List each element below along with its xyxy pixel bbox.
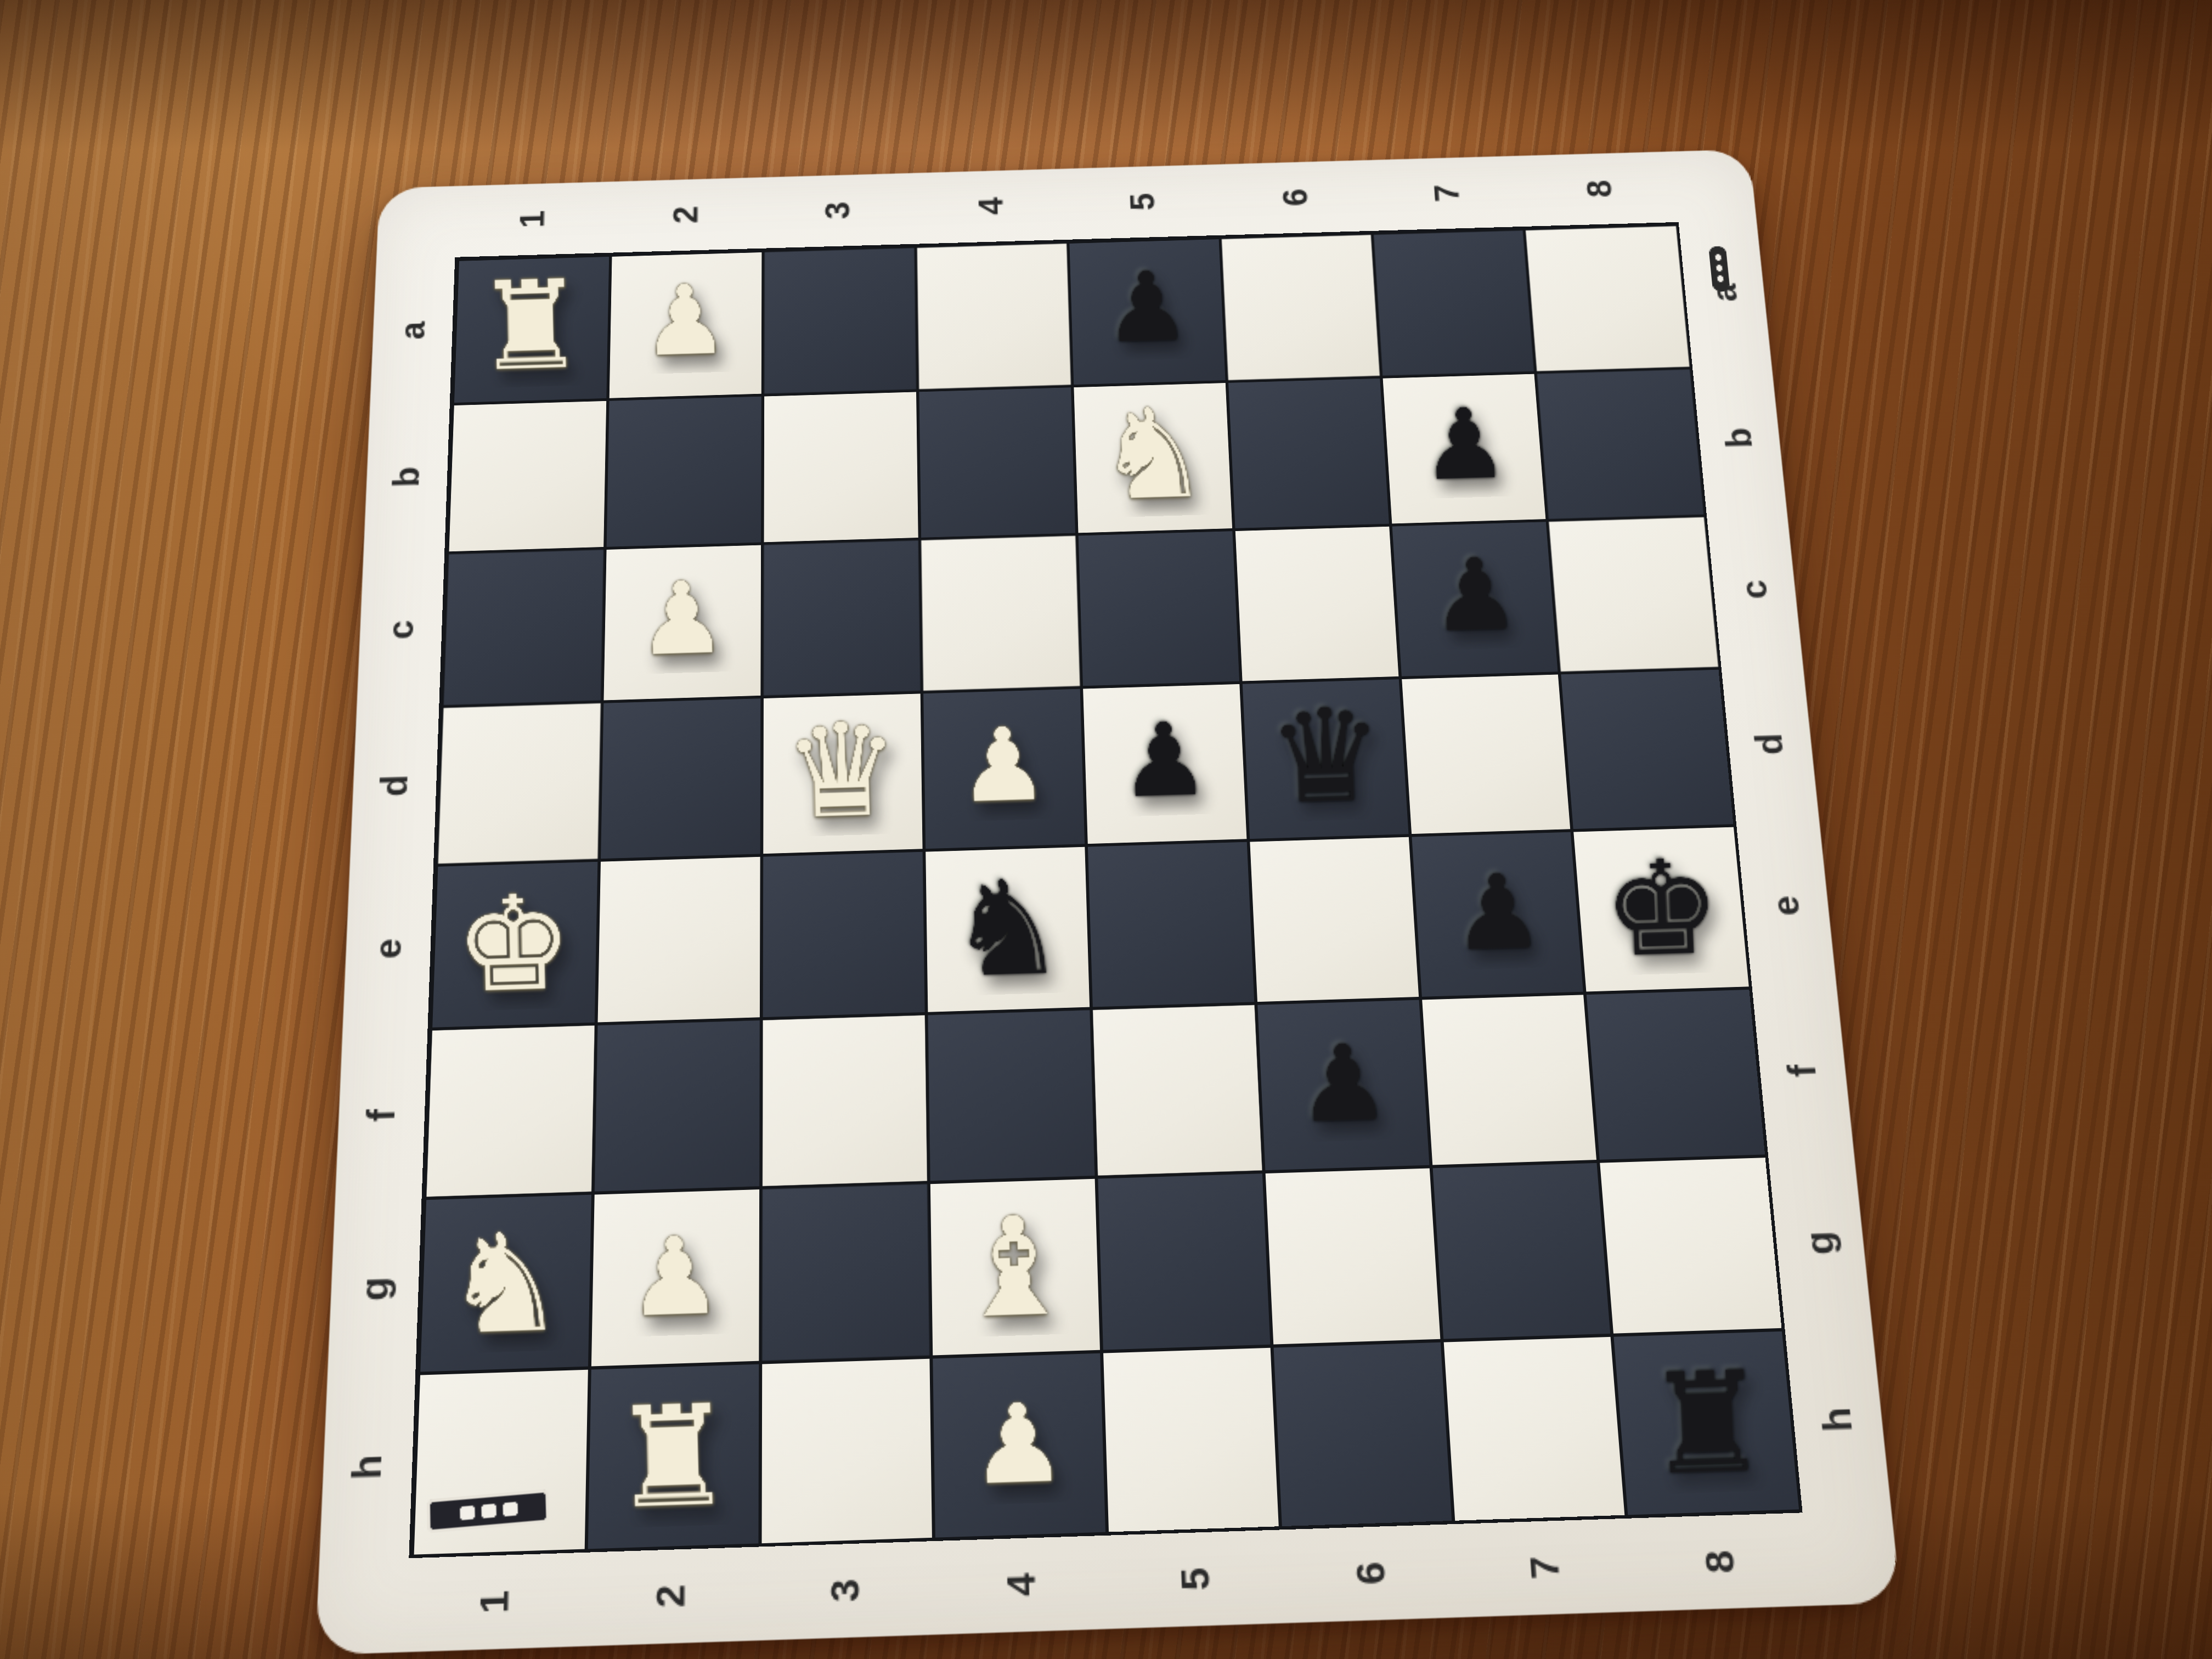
file-label-c: c (1707, 512, 1803, 667)
square-b4[interactable] (919, 387, 1076, 538)
square-b1[interactable] (448, 400, 606, 552)
rank-label-1: 1 (455, 182, 610, 257)
square-g2[interactable]: ♟ (591, 1189, 760, 1367)
file-label-e: e (1736, 823, 1836, 989)
square-e5[interactable] (1087, 842, 1255, 1007)
black-knight-e4[interactable]: ♞ (946, 861, 1068, 996)
square-g4[interactable]: ♝ (930, 1178, 1101, 1356)
white-bishop-g4[interactable]: ♝ (951, 1197, 1077, 1338)
square-b5[interactable]: ♞ (1074, 382, 1233, 533)
white-rook-a1[interactable]: ♜ (473, 263, 587, 389)
rank-label-2: 2 (582, 1547, 759, 1646)
square-d3[interactable]: ♛ (763, 693, 923, 854)
file-label-d: d (349, 706, 439, 868)
white-king-e1[interactable]: ♚ (453, 876, 574, 1011)
square-d8[interactable] (1561, 669, 1733, 830)
square-h8[interactable]: ♜ (1613, 1331, 1798, 1514)
rank-label-7: 7 (1369, 156, 1526, 231)
square-a8[interactable] (1526, 225, 1689, 371)
square-b2[interactable] (606, 396, 761, 548)
square-g3[interactable] (761, 1184, 930, 1362)
rank-label-7: 7 (1455, 1519, 1637, 1617)
file-label-a: a (1679, 220, 1772, 366)
square-f8[interactable] (1587, 989, 1764, 1160)
black-pawn-a5[interactable]: ♟ (1102, 259, 1192, 358)
white-queen-d3[interactable]: ♛ (782, 706, 901, 838)
square-c3[interactable] (763, 540, 921, 696)
file-label-b: b (363, 402, 449, 554)
white-pawn-c2[interactable]: ♟ (636, 569, 728, 672)
rank-label-8: 8 (1629, 1513, 1812, 1611)
square-f2[interactable] (594, 1020, 760, 1192)
file-label-h: h (319, 1376, 415, 1561)
square-a3[interactable] (764, 247, 916, 394)
rank-label-6: 6 (1282, 1524, 1462, 1623)
square-d7[interactable] (1402, 674, 1571, 834)
square-g6[interactable] (1265, 1168, 1441, 1345)
square-g7[interactable] (1432, 1163, 1611, 1339)
file-label-d: d (1722, 665, 1820, 826)
square-d1[interactable] (437, 703, 601, 864)
file-label-c: c (357, 552, 444, 709)
white-pawn-d4[interactable]: ♟ (956, 715, 1050, 819)
square-c7[interactable]: ♟ (1392, 521, 1558, 676)
square-c5[interactable] (1078, 531, 1240, 686)
rank-label-4: 4 (933, 1536, 1110, 1635)
black-king-e8[interactable]: ♚ (1601, 840, 1723, 975)
square-f6[interactable]: ♟ (1257, 1000, 1430, 1171)
white-knight-b5[interactable]: ♞ (1094, 391, 1210, 519)
file-label-f: f (1752, 986, 1854, 1158)
file-label-f: f (335, 1030, 428, 1203)
black-pawn-e7[interactable]: ♟ (1450, 860, 1546, 966)
square-g1[interactable]: ♞ (420, 1194, 591, 1372)
board-perspective-wrap: 12345678 12345678 abcdefgh abcdefgh ♜♟♟♞… (0, 0, 2212, 1659)
square-d6[interactable]: ♛ (1242, 679, 1409, 839)
rank-label-4: 4 (914, 169, 1068, 244)
white-knight-g1[interactable]: ♞ (442, 1213, 567, 1353)
square-c4[interactable] (921, 535, 1080, 691)
square-h2[interactable]: ♜ (587, 1364, 759, 1548)
black-pawn-f6[interactable]: ♟ (1295, 1030, 1392, 1138)
white-pawn-a2[interactable]: ♟ (640, 273, 730, 372)
black-rook-h8[interactable]: ♜ (1643, 1352, 1772, 1494)
rank-label-6: 6 (1217, 160, 1373, 235)
rank-label-3: 3 (761, 173, 915, 248)
square-e3[interactable] (763, 851, 926, 1018)
photo-scene: 12345678 12345678 abcdefgh abcdefgh ♜♟♟♞… (0, 0, 2212, 1659)
square-a1[interactable]: ♜ (454, 256, 610, 403)
square-d5[interactable]: ♟ (1082, 684, 1247, 844)
file-label-g: g (328, 1200, 422, 1379)
rank-label-8: 8 (1520, 151, 1678, 227)
square-e8[interactable]: ♚ (1573, 827, 1748, 992)
square-c8[interactable] (1549, 517, 1718, 672)
chessboard: ♜♟♟♞♟♟♟♛♟♟♛♚♞♟♚♟♞♟♝♜♟♜ (409, 222, 1802, 1558)
rank-label-5: 5 (1107, 1530, 1285, 1629)
square-b3[interactable] (764, 391, 919, 542)
square-e2[interactable] (597, 856, 760, 1023)
file-label-g: g (1768, 1155, 1872, 1332)
black-pawn-b7[interactable]: ♟ (1419, 396, 1510, 496)
rank-label-2: 2 (608, 177, 762, 252)
square-h4[interactable]: ♟ (932, 1353, 1105, 1537)
square-b8[interactable] (1537, 369, 1703, 519)
square-f7[interactable] (1422, 995, 1598, 1166)
square-d2[interactable] (600, 698, 761, 859)
square-f3[interactable] (762, 1015, 928, 1187)
square-e4[interactable]: ♞ (925, 847, 1090, 1013)
rank-label-3: 3 (758, 1541, 934, 1640)
square-g5[interactable] (1098, 1173, 1271, 1351)
square-b7[interactable]: ♟ (1383, 374, 1546, 524)
chess-mat: 12345678 12345678 abcdefgh abcdefgh ♜♟♟♞… (315, 149, 1901, 1655)
file-label-h: h (1785, 1329, 1891, 1513)
black-pawn-d5[interactable]: ♟ (1118, 710, 1211, 814)
file-label-a: a (370, 257, 455, 404)
square-a4[interactable] (917, 243, 1071, 390)
square-c1[interactable] (443, 549, 603, 706)
square-a5[interactable]: ♟ (1069, 239, 1226, 385)
square-e7[interactable]: ♟ (1412, 832, 1584, 997)
square-c2[interactable]: ♟ (603, 545, 761, 701)
square-h5[interactable] (1103, 1348, 1279, 1531)
square-h6[interactable] (1273, 1342, 1452, 1526)
square-f1[interactable] (426, 1025, 595, 1198)
white-pawn-g2[interactable]: ♟ (625, 1222, 724, 1333)
square-f5[interactable] (1092, 1005, 1262, 1176)
file-label-e: e (342, 865, 433, 1032)
square-b6[interactable] (1228, 378, 1390, 529)
black-pawn-c7[interactable]: ♟ (1429, 546, 1522, 648)
square-e6[interactable] (1250, 837, 1419, 1002)
white-pawn-h4[interactable]: ♟ (968, 1389, 1068, 1501)
black-queen-d6[interactable]: ♛ (1266, 691, 1386, 823)
white-rook-h2[interactable]: ♜ (608, 1385, 736, 1528)
rank-label-5: 5 (1066, 165, 1221, 240)
square-d4[interactable]: ♟ (923, 689, 1085, 849)
square-h3[interactable] (761, 1359, 932, 1543)
square-a7[interactable] (1374, 230, 1535, 376)
square-g8[interactable] (1600, 1158, 1781, 1334)
square-a2[interactable]: ♟ (609, 252, 762, 398)
square-e1[interactable]: ♚ (432, 861, 598, 1028)
square-h7[interactable] (1443, 1337, 1625, 1520)
square-c6[interactable] (1235, 526, 1399, 681)
square-h1[interactable] (413, 1370, 588, 1554)
square-f4[interactable] (928, 1010, 1096, 1182)
file-label-b: b (1692, 364, 1787, 515)
rank-label-1: 1 (405, 1553, 584, 1652)
square-a6[interactable] (1221, 234, 1380, 380)
